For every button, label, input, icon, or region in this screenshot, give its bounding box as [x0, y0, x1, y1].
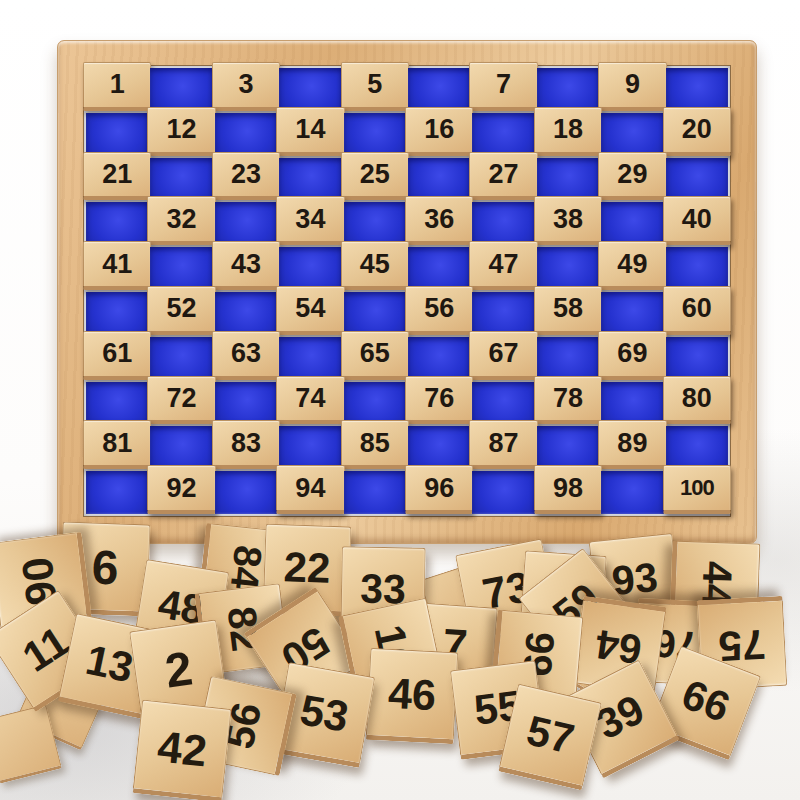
pile-tile-42[interactable]: 42 [132, 700, 231, 800]
pile-tile-46[interactable]: 46 [366, 648, 459, 744]
tile-pile: 9068422337336934448825911132501079964767… [0, 0, 800, 800]
pile-tile-57[interactable]: 57 [498, 683, 602, 790]
scene: 1357912141618202123252729323436384041434… [0, 0, 800, 800]
